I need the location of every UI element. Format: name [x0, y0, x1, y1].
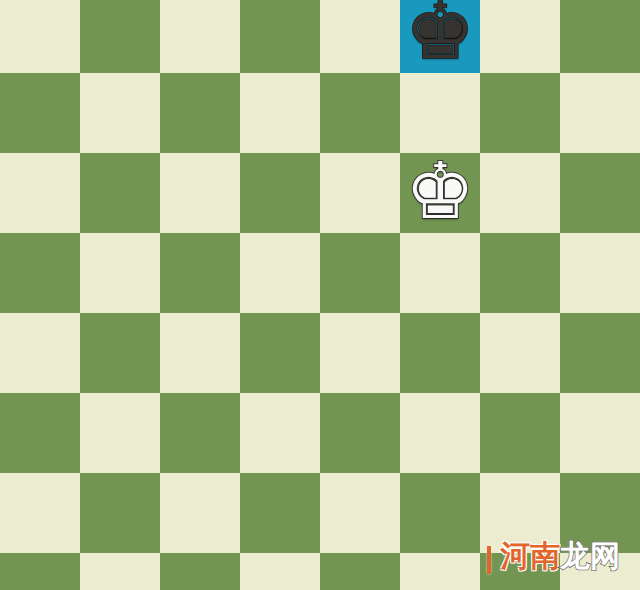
square-g7[interactable]: [480, 73, 560, 153]
square-f8[interactable]: ♚: [400, 0, 480, 73]
square-e8[interactable]: [320, 0, 400, 73]
chessboard-screenshot: ♚♚ 河南龙网: [0, 0, 640, 590]
square-a1[interactable]: [0, 553, 80, 590]
square-h4[interactable]: [560, 313, 640, 393]
square-d3[interactable]: [240, 393, 320, 473]
watermark-text-orange: 河南: [500, 536, 560, 577]
square-b6[interactable]: [80, 153, 160, 233]
square-g4[interactable]: [480, 313, 560, 393]
square-h5[interactable]: [560, 233, 640, 313]
square-b3[interactable]: [80, 393, 160, 473]
square-h7[interactable]: [560, 73, 640, 153]
square-d7[interactable]: [240, 73, 320, 153]
square-c5[interactable]: [160, 233, 240, 313]
square-b8[interactable]: [80, 0, 160, 73]
square-f3[interactable]: [400, 393, 480, 473]
square-b1[interactable]: [80, 553, 160, 590]
square-d5[interactable]: [240, 233, 320, 313]
square-d1[interactable]: [240, 553, 320, 590]
square-f2[interactable]: [400, 473, 480, 553]
square-e2[interactable]: [320, 473, 400, 553]
square-c4[interactable]: [160, 313, 240, 393]
square-e3[interactable]: [320, 393, 400, 473]
square-f6[interactable]: ♚: [400, 153, 480, 233]
square-d2[interactable]: [240, 473, 320, 553]
square-a7[interactable]: [0, 73, 80, 153]
square-e4[interactable]: [320, 313, 400, 393]
square-h6[interactable]: [560, 153, 640, 233]
square-f1[interactable]: [400, 553, 480, 590]
square-c1[interactable]: [160, 553, 240, 590]
square-g6[interactable]: [480, 153, 560, 233]
square-b2[interactable]: [80, 473, 160, 553]
square-c8[interactable]: [160, 0, 240, 73]
white-king[interactable]: ♚: [405, 151, 475, 231]
square-e7[interactable]: [320, 73, 400, 153]
square-e1[interactable]: [320, 553, 400, 590]
square-c6[interactable]: [160, 153, 240, 233]
square-g8[interactable]: [480, 0, 560, 73]
square-e6[interactable]: [320, 153, 400, 233]
watermark-bar-icon: [487, 546, 491, 574]
square-c2[interactable]: [160, 473, 240, 553]
square-d8[interactable]: [240, 0, 320, 73]
square-c7[interactable]: [160, 73, 240, 153]
watermark: 河南龙网: [487, 536, 620, 577]
chessboard: ♚♚: [0, 0, 640, 590]
square-a3[interactable]: [0, 393, 80, 473]
square-e5[interactable]: [320, 233, 400, 313]
black-king[interactable]: ♚: [405, 0, 475, 71]
square-c3[interactable]: [160, 393, 240, 473]
square-f7[interactable]: [400, 73, 480, 153]
square-g5[interactable]: [480, 233, 560, 313]
square-a8[interactable]: [0, 0, 80, 73]
watermark-text-white: 龙网: [560, 536, 620, 577]
square-f4[interactable]: [400, 313, 480, 393]
square-f5[interactable]: [400, 233, 480, 313]
square-h3[interactable]: [560, 393, 640, 473]
square-a2[interactable]: [0, 473, 80, 553]
square-b5[interactable]: [80, 233, 160, 313]
square-h8[interactable]: [560, 0, 640, 73]
square-b7[interactable]: [80, 73, 160, 153]
square-a4[interactable]: [0, 313, 80, 393]
square-a5[interactable]: [0, 233, 80, 313]
square-g3[interactable]: [480, 393, 560, 473]
square-b4[interactable]: [80, 313, 160, 393]
square-d6[interactable]: [240, 153, 320, 233]
square-a6[interactable]: [0, 153, 80, 233]
square-d4[interactable]: [240, 313, 320, 393]
